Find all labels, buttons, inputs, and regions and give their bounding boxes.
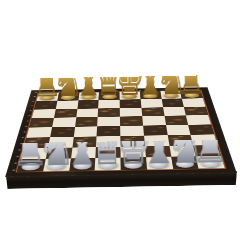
board-frame: ♜♞♝♛♚♝♞♜♜♞♝♛♚♝♞♜ [5, 87, 237, 177]
chess-set-product-photo: ♜♞♝♛♚♝♞♜♜♞♝♛♚♝♞♜ [0, 0, 240, 240]
photo-tilt-wrapper: ♜♞♝♛♚♝♞♜♜♞♝♛♚♝♞♜ [0, 0, 240, 240]
rook-glyph: ♜ [191, 116, 230, 166]
rook-glyph: ♜ [176, 57, 207, 97]
board-3d-scene: ♜♞♝♛♚♝♞♜♜♞♝♛♚♝♞♜ [18, 24, 221, 227]
board-grid: ♜♞♝♛♚♝♞♜♜♞♝♛♚♝♞♜ [17, 90, 225, 171]
piece-gold-rook-h8[interactable]: ♜ [181, 76, 202, 97]
piece-silver-rook-h1[interactable]: ♜ [198, 139, 224, 165]
square-h1[interactable]: ♜ [196, 156, 225, 168]
